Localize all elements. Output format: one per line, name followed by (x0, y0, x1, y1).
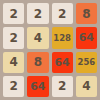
tile-2: 2 (27, 3, 48, 24)
tile-2: 2 (52, 76, 73, 97)
tile-2: 2 (3, 27, 24, 48)
tile-8: 8 (76, 3, 97, 24)
tile-256: 256 (76, 52, 97, 73)
tile-2: 2 (52, 3, 73, 24)
2048-board[interactable]: 22282412864486425626424 (0, 0, 100, 100)
tile-2: 2 (3, 3, 24, 24)
tile-4: 4 (76, 76, 97, 97)
tile-8: 8 (27, 52, 48, 73)
tile-64: 64 (27, 76, 48, 97)
tile-2: 2 (3, 76, 24, 97)
tile-64: 64 (76, 27, 97, 48)
tile-64: 64 (52, 52, 73, 73)
tile-4: 4 (3, 52, 24, 73)
tile-4: 4 (27, 27, 48, 48)
tile-128: 128 (52, 27, 73, 48)
